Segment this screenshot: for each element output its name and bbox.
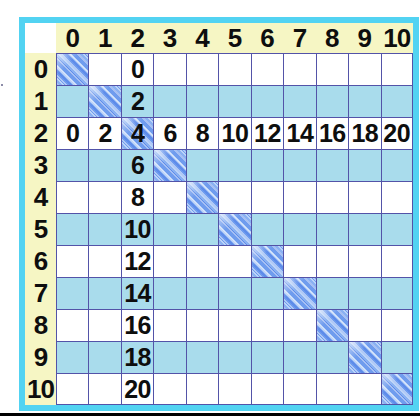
corner-cell — [25, 23, 56, 53]
col-header-0: 0 — [56, 23, 88, 53]
cell-r6c1 — [88, 245, 120, 277]
col-header-2: 2 — [121, 23, 153, 53]
cell-r9c1 — [88, 341, 120, 373]
cell-r1c8 — [316, 85, 348, 117]
cell-r5c3 — [153, 213, 185, 245]
cell-r7c1 — [88, 277, 120, 309]
cell-r7c2: 14 — [121, 277, 153, 309]
cell-r1c7 — [283, 85, 315, 117]
cell-r0c4 — [186, 53, 218, 85]
cell-r9c9 — [348, 341, 380, 373]
cell-r6c2: 12 — [121, 245, 153, 277]
cell-r8c8 — [316, 309, 348, 341]
multiplication-table-board: 0123456789100012202468101214161820364851… — [19, 17, 419, 411]
cell-r4c9 — [348, 181, 380, 213]
cell-r10c2: 20 — [121, 373, 153, 405]
cell-r3c9 — [348, 149, 380, 181]
cell-r7c9 — [348, 277, 380, 309]
cell-r9c8 — [316, 341, 348, 373]
cell-r5c10 — [381, 213, 413, 245]
cell-r2c10: 20 — [381, 117, 413, 149]
cell-r2c9: 18 — [348, 117, 380, 149]
cell-r5c0 — [56, 213, 88, 245]
cell-r10c0 — [56, 373, 88, 405]
row-header-0: 0 — [25, 53, 56, 85]
cell-r6c10 — [381, 245, 413, 277]
cell-r6c4 — [186, 245, 218, 277]
cell-r10c5 — [218, 373, 250, 405]
cell-r10c8 — [316, 373, 348, 405]
cell-r3c7 — [283, 149, 315, 181]
cell-r8c3 — [153, 309, 185, 341]
cell-r7c0 — [56, 277, 88, 309]
cell-r0c7 — [283, 53, 315, 85]
cell-r2c6: 12 — [251, 117, 283, 149]
row-header-5: 5 — [25, 213, 56, 245]
cell-r10c4 — [186, 373, 218, 405]
col-header-7: 7 — [283, 23, 315, 53]
cell-r2c5: 10 — [218, 117, 250, 149]
row-header-2: 2 — [25, 117, 56, 149]
cell-r3c0 — [56, 149, 88, 181]
cell-r3c4 — [186, 149, 218, 181]
cell-r3c8 — [316, 149, 348, 181]
cell-r7c10 — [381, 277, 413, 309]
cell-r0c8 — [316, 53, 348, 85]
cell-r5c9 — [348, 213, 380, 245]
cell-r7c7 — [283, 277, 315, 309]
cell-r2c0: 0 — [56, 117, 88, 149]
cell-r5c1 — [88, 213, 120, 245]
col-header-10: 10 — [381, 23, 413, 53]
row-header-6: 6 — [25, 245, 56, 277]
cell-r4c1 — [88, 181, 120, 213]
cell-r0c2: 0 — [121, 53, 153, 85]
cell-r4c4 — [186, 181, 218, 213]
cell-r6c6 — [251, 245, 283, 277]
cell-r5c2: 10 — [121, 213, 153, 245]
cell-r2c7: 14 — [283, 117, 315, 149]
col-header-3: 3 — [153, 23, 185, 53]
cell-r7c6 — [251, 277, 283, 309]
row-header-1: 1 — [25, 85, 56, 117]
cell-r1c6 — [251, 85, 283, 117]
cell-r2c1: 2 — [88, 117, 120, 149]
cell-r6c8 — [316, 245, 348, 277]
page: 0123456789100012202468101214161820364851… — [0, 0, 420, 419]
cell-r7c3 — [153, 277, 185, 309]
cell-r5c4 — [186, 213, 218, 245]
cell-r2c8: 16 — [316, 117, 348, 149]
cell-r0c5 — [218, 53, 250, 85]
cell-r8c10 — [381, 309, 413, 341]
cell-r1c5 — [218, 85, 250, 117]
cell-r3c3 — [153, 149, 185, 181]
cell-r4c5 — [218, 181, 250, 213]
cell-r8c5 — [218, 309, 250, 341]
multiplication-grid: 0123456789100012202468101214161820364851… — [25, 23, 413, 405]
row-header-7: 7 — [25, 277, 56, 309]
cell-r9c0 — [56, 341, 88, 373]
row-header-9: 9 — [25, 341, 56, 373]
cell-r9c7 — [283, 341, 315, 373]
cell-r6c3 — [153, 245, 185, 277]
cell-r4c0 — [56, 181, 88, 213]
cell-r0c9 — [348, 53, 380, 85]
col-header-4: 4 — [186, 23, 218, 53]
cell-r2c2: 4 — [121, 117, 153, 149]
cell-r8c1 — [88, 309, 120, 341]
cell-r2c4: 8 — [186, 117, 218, 149]
row-header-8: 8 — [25, 309, 56, 341]
cell-r8c7 — [283, 309, 315, 341]
cell-r0c10 — [381, 53, 413, 85]
cell-r3c5 — [218, 149, 250, 181]
cell-r8c9 — [348, 309, 380, 341]
cell-r4c6 — [251, 181, 283, 213]
bottom-rule — [0, 413, 420, 416]
cell-r1c10 — [381, 85, 413, 117]
col-header-8: 8 — [316, 23, 348, 53]
cell-r6c9 — [348, 245, 380, 277]
row-header-3: 3 — [25, 149, 56, 181]
col-header-1: 1 — [88, 23, 120, 53]
cell-r8c6 — [251, 309, 283, 341]
cell-r10c9 — [348, 373, 380, 405]
cell-r8c2: 16 — [121, 309, 153, 341]
cell-r0c3 — [153, 53, 185, 85]
row-header-10: 10 — [25, 373, 56, 405]
cell-r4c2: 8 — [121, 181, 153, 213]
cell-r5c7 — [283, 213, 315, 245]
cell-r5c5 — [218, 213, 250, 245]
cell-r7c4 — [186, 277, 218, 309]
cell-r10c10 — [381, 373, 413, 405]
cell-r0c6 — [251, 53, 283, 85]
stray-mark — [1, 84, 3, 86]
cell-r7c5 — [218, 277, 250, 309]
cell-r10c3 — [153, 373, 185, 405]
cell-r4c10 — [381, 181, 413, 213]
col-header-5: 5 — [218, 23, 250, 53]
cell-r3c6 — [251, 149, 283, 181]
cell-r1c1 — [88, 85, 120, 117]
cell-r1c9 — [348, 85, 380, 117]
cell-r0c0 — [56, 53, 88, 85]
col-header-9: 9 — [348, 23, 380, 53]
row-header-4: 4 — [25, 181, 56, 213]
cell-r9c6 — [251, 341, 283, 373]
cell-r3c2: 6 — [121, 149, 153, 181]
cell-r1c3 — [153, 85, 185, 117]
cell-r9c4 — [186, 341, 218, 373]
cell-r4c7 — [283, 181, 315, 213]
cell-r3c1 — [88, 149, 120, 181]
cell-r9c3 — [153, 341, 185, 373]
cell-r4c8 — [316, 181, 348, 213]
col-header-6: 6 — [251, 23, 283, 53]
cell-r6c5 — [218, 245, 250, 277]
cell-r10c1 — [88, 373, 120, 405]
cell-r5c6 — [251, 213, 283, 245]
cell-r6c7 — [283, 245, 315, 277]
cell-r5c8 — [316, 213, 348, 245]
cell-r8c0 — [56, 309, 88, 341]
cell-r3c10 — [381, 149, 413, 181]
cell-r1c0 — [56, 85, 88, 117]
cell-r1c2: 2 — [121, 85, 153, 117]
cell-r2c3: 6 — [153, 117, 185, 149]
cell-r9c5 — [218, 341, 250, 373]
cell-r8c4 — [186, 309, 218, 341]
cell-r1c4 — [186, 85, 218, 117]
cell-r4c3 — [153, 181, 185, 213]
cell-r9c10 — [381, 341, 413, 373]
cell-r10c6 — [251, 373, 283, 405]
cell-r10c7 — [283, 373, 315, 405]
cell-r6c0 — [56, 245, 88, 277]
cell-r0c1 — [88, 53, 120, 85]
cell-r7c8 — [316, 277, 348, 309]
cell-r9c2: 18 — [121, 341, 153, 373]
